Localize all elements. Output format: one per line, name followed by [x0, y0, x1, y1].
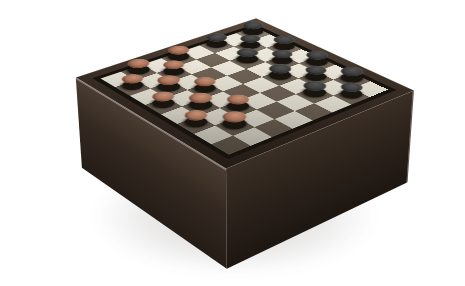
red-checker [115, 80, 151, 96]
board-square-dark [115, 80, 151, 96]
board-3d-assembly [76, 18, 414, 169]
checkers-product-photo [0, 0, 465, 286]
